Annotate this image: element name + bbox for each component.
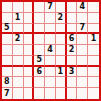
sudoku-cell-r5c1[interactable] (2, 45, 13, 56)
sudoku-cell-r2c9[interactable] (88, 13, 99, 24)
sudoku-cell-r8c8[interactable] (77, 77, 88, 88)
sudoku-cell-r6c7[interactable] (67, 56, 78, 67)
given-digit: 6 (69, 35, 75, 43)
sudoku-cell-r4c4[interactable] (34, 34, 45, 45)
sudoku-cell-r5c7[interactable]: 2 (67, 45, 78, 56)
sudoku-cell-r9c1[interactable]: 7 (2, 88, 13, 99)
sudoku-cell-r2c6[interactable]: 2 (56, 13, 67, 24)
sudoku-cell-r4c5[interactable] (45, 34, 56, 45)
sudoku-cell-r5c6[interactable] (56, 45, 67, 56)
sudoku-cell-r7c4[interactable]: 6 (34, 67, 45, 78)
sudoku-cell-r6c9[interactable] (88, 56, 99, 67)
sudoku-cell-r8c6[interactable] (56, 77, 67, 88)
sudoku-cell-r1c6[interactable] (56, 2, 67, 13)
sudoku-cell-r2c4[interactable] (34, 13, 45, 24)
sudoku-cell-r7c1[interactable] (2, 67, 13, 78)
sudoku-cell-r1c4[interactable] (34, 2, 45, 13)
sudoku-cell-r5c8[interactable] (77, 45, 88, 56)
sudoku-cell-r9c7[interactable] (67, 88, 78, 99)
sudoku-cell-r4c3[interactable] (24, 34, 35, 45)
sudoku-cell-r1c1[interactable] (2, 2, 13, 13)
sudoku-cell-r8c3[interactable] (24, 77, 35, 88)
sudoku-cell-r7c9[interactable] (88, 67, 99, 78)
given-digit: 2 (57, 14, 63, 22)
given-digit: 5 (4, 24, 10, 32)
sudoku-cell-r4c1[interactable] (2, 34, 13, 45)
sudoku-cell-r1c9[interactable] (88, 2, 99, 13)
sudoku-cell-r4c2[interactable]: 2 (13, 34, 24, 45)
sudoku-cell-r5c3[interactable] (24, 45, 35, 56)
sudoku-cell-r7c5[interactable] (45, 67, 56, 78)
sudoku-cell-r1c5[interactable]: 7 (45, 2, 56, 13)
sudoku-cell-r3c3[interactable] (24, 24, 35, 35)
sudoku-cell-r3c4[interactable] (34, 24, 45, 35)
sudoku-cell-r3c9[interactable] (88, 24, 99, 35)
sudoku-cell-r6c8[interactable] (77, 56, 88, 67)
sudoku-cell-r6c4[interactable]: 5 (34, 56, 45, 67)
sudoku-cell-r5c2[interactable] (13, 45, 24, 56)
sudoku-cell-r7c8[interactable] (77, 67, 88, 78)
sudoku-cell-r9c5[interactable] (45, 88, 56, 99)
given-digit: 4 (47, 46, 53, 54)
sudoku-cell-r9c6[interactable] (56, 88, 67, 99)
sudoku-cell-r3c2[interactable] (13, 24, 24, 35)
sudoku-board: 74125726142561387 (0, 0, 101, 101)
sudoku-cell-r9c4[interactable] (34, 88, 45, 99)
sudoku-cell-r3c6[interactable] (56, 24, 67, 35)
sudoku-cell-r4c6[interactable] (56, 34, 67, 45)
sudoku-cell-r5c4[interactable] (34, 45, 45, 56)
sudoku-cell-r8c4[interactable] (34, 77, 45, 88)
sudoku-cell-r6c5[interactable] (45, 56, 56, 67)
sudoku-cell-r3c7[interactable] (67, 24, 78, 35)
given-digit: 5 (36, 56, 42, 64)
sudoku-cell-r6c3[interactable] (24, 56, 35, 67)
given-digit: 6 (36, 68, 42, 76)
sudoku-cell-r6c2[interactable] (13, 56, 24, 67)
given-digit: 1 (15, 14, 21, 22)
sudoku-cell-r2c8[interactable] (77, 13, 88, 24)
sudoku-cell-r9c2[interactable] (13, 88, 24, 99)
sudoku-cell-r9c3[interactable] (24, 88, 35, 99)
given-digit: 4 (80, 3, 86, 11)
sudoku-cell-r2c1[interactable] (2, 13, 13, 24)
sudoku-cell-r1c3[interactable] (24, 2, 35, 13)
given-digit: 8 (4, 78, 10, 86)
sudoku-cell-r2c7[interactable] (67, 13, 78, 24)
sudoku-cell-r7c7[interactable]: 3 (67, 67, 78, 78)
sudoku-cell-r9c9[interactable] (88, 88, 99, 99)
sudoku-cell-r8c2[interactable] (13, 77, 24, 88)
sudoku-cell-r9c8[interactable] (77, 88, 88, 99)
sudoku-cell-r8c7[interactable] (67, 77, 78, 88)
sudoku-cell-r8c5[interactable] (45, 77, 56, 88)
sudoku-cell-r1c2[interactable] (13, 2, 24, 13)
given-digit: 7 (4, 90, 10, 98)
sudoku-cell-r5c5[interactable]: 4 (45, 45, 56, 56)
sudoku-cell-r3c1[interactable]: 5 (2, 24, 13, 35)
sudoku-cell-r1c8[interactable]: 4 (77, 2, 88, 13)
sudoku-cell-r2c2[interactable]: 1 (13, 13, 24, 24)
sudoku-cell-r6c1[interactable] (2, 56, 13, 67)
given-digit: 7 (47, 3, 53, 11)
sudoku-cell-r4c9[interactable]: 1 (88, 34, 99, 45)
sudoku-cell-r8c9[interactable] (88, 77, 99, 88)
sudoku-cell-r7c3[interactable] (24, 67, 35, 78)
sudoku-cell-r2c5[interactable] (45, 13, 56, 24)
sudoku-cell-r4c7[interactable]: 6 (67, 34, 78, 45)
sudoku-cell-r6c6[interactable] (56, 56, 67, 67)
given-digit: 1 (57, 68, 63, 76)
sudoku-cell-r3c5[interactable] (45, 24, 56, 35)
sudoku-cell-r7c6[interactable]: 1 (56, 67, 67, 78)
sudoku-cell-r3c8[interactable]: 7 (77, 24, 88, 35)
sudoku-cell-r5c9[interactable] (88, 45, 99, 56)
sudoku-cell-r8c1[interactable]: 8 (2, 77, 13, 88)
sudoku-cell-r1c7[interactable] (67, 2, 78, 13)
given-digit: 3 (69, 68, 75, 76)
given-digit: 7 (80, 24, 86, 32)
sudoku-cell-r2c3[interactable] (24, 13, 35, 24)
given-digit: 2 (15, 35, 21, 43)
given-digit: 1 (91, 35, 97, 43)
given-digit: 2 (69, 46, 75, 54)
sudoku-cell-r4c8[interactable] (77, 34, 88, 45)
sudoku-cell-r7c2[interactable] (13, 67, 24, 78)
